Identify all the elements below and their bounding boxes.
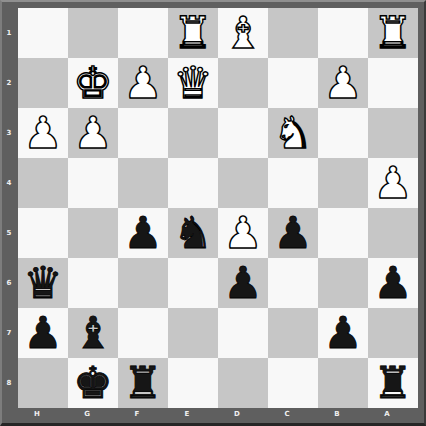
- rank-label-4: 4: [2, 158, 16, 208]
- square-a2[interactable]: [368, 58, 418, 108]
- square-a1[interactable]: ♜: [368, 8, 418, 58]
- piece-black-bishop-g7[interactable]: ♝: [68, 308, 118, 358]
- square-a8[interactable]: ♜: [368, 358, 418, 408]
- file-labels: HGFEDCBA: [18, 408, 418, 423]
- square-b4[interactable]: [318, 158, 368, 208]
- piece-white-pawn-f2[interactable]: ♟: [118, 58, 168, 108]
- square-b2[interactable]: ♟: [318, 58, 368, 108]
- file-label-e: E: [162, 408, 212, 423]
- rank-label-5: 5: [2, 208, 16, 258]
- square-e6[interactable]: [168, 258, 218, 308]
- square-b3[interactable]: [318, 108, 368, 158]
- piece-black-pawn-f5[interactable]: ♟: [118, 208, 168, 258]
- square-c4[interactable]: [268, 158, 318, 208]
- square-f7[interactable]: [118, 308, 168, 358]
- rank-labels: 12345678: [2, 8, 18, 408]
- square-a7[interactable]: [368, 308, 418, 358]
- file-label-d: D: [212, 408, 262, 423]
- chess-board-frame: 12345678 ♜♝♜♚♟♛♟♟♟♞♟♟♞♟♟♛♟♟♟♝♟♚♜♜ HGFEDC…: [0, 0, 426, 426]
- piece-black-pawn-b7[interactable]: ♟: [318, 308, 368, 358]
- piece-white-bishop-d1[interactable]: ♝: [218, 8, 268, 58]
- piece-white-pawn-b2[interactable]: ♟: [318, 58, 368, 108]
- square-h4[interactable]: [18, 158, 68, 208]
- square-g2[interactable]: ♚: [68, 58, 118, 108]
- square-c5[interactable]: ♟: [268, 208, 318, 258]
- piece-white-queen-e2[interactable]: ♛: [168, 58, 218, 108]
- square-b6[interactable]: [318, 258, 368, 308]
- square-f4[interactable]: [118, 158, 168, 208]
- piece-black-pawn-d6[interactable]: ♟: [218, 258, 268, 308]
- square-e8[interactable]: [168, 358, 218, 408]
- piece-black-pawn-a6[interactable]: ♟: [368, 258, 418, 308]
- rank-label-1: 1: [2, 8, 16, 58]
- square-g1[interactable]: [68, 8, 118, 58]
- square-b5[interactable]: [318, 208, 368, 258]
- square-e2[interactable]: ♛: [168, 58, 218, 108]
- rank-label-2: 2: [2, 58, 16, 108]
- square-g6[interactable]: [68, 258, 118, 308]
- square-f6[interactable]: [118, 258, 168, 308]
- square-f8[interactable]: ♜: [118, 358, 168, 408]
- square-h6[interactable]: ♛: [18, 258, 68, 308]
- piece-black-pawn-c5[interactable]: ♟: [268, 208, 318, 258]
- square-e5[interactable]: ♞: [168, 208, 218, 258]
- piece-white-pawn-h3[interactable]: ♟: [18, 108, 68, 158]
- square-e4[interactable]: [168, 158, 218, 208]
- file-label-g: G: [62, 408, 112, 423]
- square-f3[interactable]: [118, 108, 168, 158]
- piece-black-rook-f8[interactable]: ♜: [118, 358, 168, 408]
- square-g8[interactable]: ♚: [68, 358, 118, 408]
- rank-label-3: 3: [2, 108, 16, 158]
- square-g4[interactable]: [68, 158, 118, 208]
- square-g5[interactable]: [68, 208, 118, 258]
- square-f2[interactable]: ♟: [118, 58, 168, 108]
- file-label-b: B: [312, 408, 362, 423]
- square-d1[interactable]: ♝: [218, 8, 268, 58]
- piece-black-king-g8[interactable]: ♚: [68, 358, 118, 408]
- file-label-h: H: [12, 408, 62, 423]
- piece-white-king-g2[interactable]: ♚: [68, 58, 118, 108]
- rank-label-6: 6: [2, 258, 16, 308]
- chess-board[interactable]: ♜♝♜♚♟♛♟♟♟♞♟♟♞♟♟♛♟♟♟♝♟♚♜♜: [18, 8, 418, 408]
- file-label-f: F: [112, 408, 162, 423]
- piece-black-rook-a8[interactable]: ♜: [368, 358, 418, 408]
- square-h8[interactable]: [18, 358, 68, 408]
- rank-label-7: 7: [2, 308, 16, 358]
- square-d2[interactable]: [218, 58, 268, 108]
- square-c7[interactable]: [268, 308, 318, 358]
- square-d6[interactable]: ♟: [218, 258, 268, 308]
- square-h2[interactable]: [18, 58, 68, 108]
- square-f1[interactable]: [118, 8, 168, 58]
- square-c2[interactable]: [268, 58, 318, 108]
- rank-label-8: 8: [2, 358, 16, 408]
- square-h7[interactable]: ♟: [18, 308, 68, 358]
- piece-white-pawn-d5[interactable]: ♟: [218, 208, 268, 258]
- piece-white-rook-a1[interactable]: ♜: [368, 8, 418, 58]
- square-c1[interactable]: [268, 8, 318, 58]
- square-a6[interactable]: ♟: [368, 258, 418, 308]
- square-h3[interactable]: ♟: [18, 108, 68, 158]
- square-d8[interactable]: [218, 358, 268, 408]
- square-a5[interactable]: [368, 208, 418, 258]
- file-label-a: A: [362, 408, 412, 423]
- piece-black-queen-h6[interactable]: ♛: [18, 258, 68, 308]
- square-h1[interactable]: [18, 8, 68, 58]
- square-f5[interactable]: ♟: [118, 208, 168, 258]
- square-b1[interactable]: [318, 8, 368, 58]
- square-c8[interactable]: [268, 358, 318, 408]
- square-e7[interactable]: [168, 308, 218, 358]
- square-c3[interactable]: ♞: [268, 108, 318, 158]
- square-g3[interactable]: ♟: [68, 108, 118, 158]
- piece-white-pawn-g3[interactable]: ♟: [68, 108, 118, 158]
- square-e1[interactable]: ♜: [168, 8, 218, 58]
- square-h5[interactable]: [18, 208, 68, 258]
- square-d3[interactable]: [218, 108, 268, 158]
- piece-white-rook-e1[interactable]: ♜: [168, 8, 218, 58]
- square-d7[interactable]: [218, 308, 268, 358]
- square-e3[interactable]: [168, 108, 218, 158]
- square-c6[interactable]: [268, 258, 318, 308]
- square-a3[interactable]: [368, 108, 418, 158]
- piece-white-pawn-a4[interactable]: ♟: [368, 158, 418, 208]
- square-d5[interactable]: ♟: [218, 208, 268, 258]
- square-g7[interactable]: ♝: [68, 308, 118, 358]
- square-b7[interactable]: ♟: [318, 308, 368, 358]
- square-d4[interactable]: [218, 158, 268, 208]
- piece-white-knight-c3[interactable]: ♞: [268, 108, 318, 158]
- square-b8[interactable]: [318, 358, 368, 408]
- piece-black-knight-e5[interactable]: ♞: [168, 208, 218, 258]
- piece-black-pawn-h7[interactable]: ♟: [18, 308, 68, 358]
- square-a4[interactable]: ♟: [368, 158, 418, 208]
- file-label-c: C: [262, 408, 312, 423]
